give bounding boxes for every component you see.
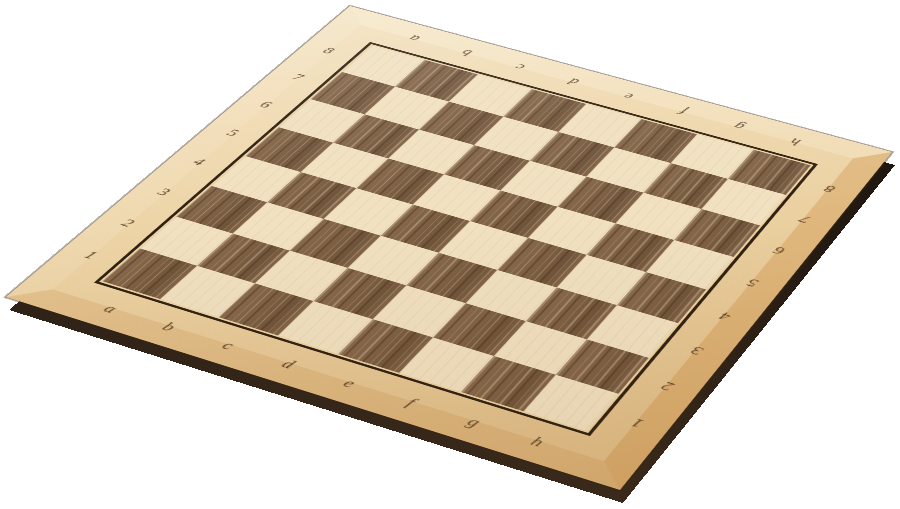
- chess-board: abcdefgh abcdefgh 87654321 87654321: [6, 6, 892, 490]
- squares-grid: [102, 45, 810, 430]
- playing-field: [94, 42, 818, 436]
- product-photo-stage: abcdefgh abcdefgh 87654321 87654321: [0, 0, 900, 509]
